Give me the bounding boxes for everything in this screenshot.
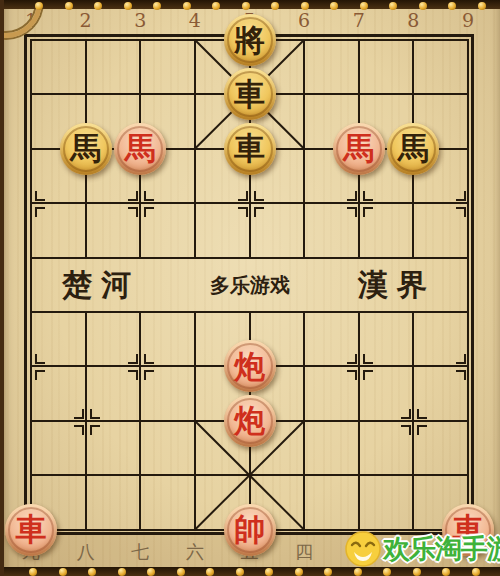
piece-red-cannon[interactable]: 炮 bbox=[224, 340, 276, 392]
frame-stud bbox=[265, 568, 273, 576]
point-marker bbox=[238, 207, 248, 217]
top-col-label-3: 3 bbox=[127, 9, 153, 31]
frame-stud bbox=[206, 568, 214, 576]
point-marker bbox=[35, 191, 45, 201]
bottom-col-label-6: 四 bbox=[291, 540, 317, 564]
point-marker bbox=[35, 207, 45, 217]
frame-stud bbox=[354, 568, 362, 576]
frame-stud bbox=[242, 2, 250, 10]
point-marker bbox=[456, 354, 466, 364]
grid-vline bbox=[467, 39, 469, 531]
grid-vline bbox=[85, 311, 87, 531]
piece-black-horse[interactable]: 馬 bbox=[387, 123, 439, 175]
point-marker bbox=[90, 425, 100, 435]
top-col-label-2: 2 bbox=[73, 9, 99, 31]
frame-stud bbox=[212, 2, 220, 10]
frame-stud bbox=[271, 2, 279, 10]
frame-stud bbox=[389, 2, 397, 10]
frame-stud bbox=[59, 568, 67, 576]
point-marker bbox=[347, 191, 357, 201]
point-marker bbox=[254, 207, 264, 217]
point-marker bbox=[35, 354, 45, 364]
top-col-label-6: 6 bbox=[291, 9, 317, 31]
xiangqi-game-screen: 123456789九八七六五四三二一 楚河 多乐游戏 漢界 欢乐淘手游 將車馬馬… bbox=[0, 0, 500, 576]
grid-vline bbox=[139, 311, 141, 531]
frame-stud bbox=[94, 2, 102, 10]
point-marker bbox=[347, 370, 357, 380]
frame-stud bbox=[330, 2, 338, 10]
point-marker bbox=[238, 191, 248, 201]
point-marker bbox=[363, 207, 373, 217]
left-frame-edge bbox=[0, 0, 4, 576]
piece-black-general[interactable]: 將 bbox=[224, 14, 276, 66]
frame-stud bbox=[419, 2, 427, 10]
frame-stud bbox=[442, 568, 450, 576]
frame-stud bbox=[448, 2, 456, 10]
grid-vline bbox=[30, 39, 32, 531]
frame-stud bbox=[147, 568, 155, 576]
point-marker bbox=[144, 191, 154, 201]
piece-red-general[interactable]: 帥 bbox=[224, 504, 276, 556]
frame-stud bbox=[383, 568, 391, 576]
point-marker bbox=[456, 370, 466, 380]
frame-stud bbox=[65, 2, 73, 10]
point-marker bbox=[144, 207, 154, 217]
point-marker bbox=[128, 191, 138, 201]
point-marker bbox=[363, 354, 373, 364]
river-text-brand: 多乐游戏 bbox=[200, 269, 300, 301]
frame-stud bbox=[478, 2, 486, 10]
point-marker bbox=[401, 425, 411, 435]
river-text-han-jie: 漢界 bbox=[342, 269, 452, 301]
point-marker bbox=[35, 370, 45, 380]
bottom-col-label-3: 七 bbox=[127, 540, 153, 564]
watermark-text: 欢乐淘手游 bbox=[383, 531, 500, 567]
point-marker bbox=[254, 191, 264, 201]
frame-stud bbox=[153, 2, 161, 10]
frame-stud bbox=[177, 568, 185, 576]
point-marker bbox=[363, 370, 373, 380]
top-col-label-4: 4 bbox=[182, 9, 208, 31]
point-marker bbox=[128, 207, 138, 217]
bottom-col-label-2: 八 bbox=[73, 540, 99, 564]
point-marker bbox=[128, 370, 138, 380]
piece-red-horse[interactable]: 馬 bbox=[333, 123, 385, 175]
point-marker bbox=[347, 207, 357, 217]
piece-black-horse[interactable]: 馬 bbox=[60, 123, 112, 175]
piece-red-chariot[interactable]: 車 bbox=[5, 504, 57, 556]
point-marker bbox=[456, 207, 466, 217]
top-col-label-9: 9 bbox=[455, 9, 481, 31]
frame-stud bbox=[236, 568, 244, 576]
watermark: 欢乐淘手游 bbox=[345, 531, 500, 567]
top-col-label-7: 7 bbox=[346, 9, 372, 31]
frame-stud bbox=[360, 2, 368, 10]
frame-stud bbox=[301, 2, 309, 10]
bottom-col-label-4: 六 bbox=[182, 540, 208, 564]
top-col-label-8: 8 bbox=[400, 9, 426, 31]
frame-stud bbox=[295, 568, 303, 576]
river-text-chu-he: 楚河 bbox=[46, 269, 156, 301]
frame-stud bbox=[124, 2, 132, 10]
piece-black-chariot[interactable]: 車 bbox=[224, 123, 276, 175]
frame-stud bbox=[324, 568, 332, 576]
point-marker bbox=[401, 409, 411, 419]
point-marker bbox=[74, 425, 84, 435]
piece-red-cannon[interactable]: 炮 bbox=[224, 395, 276, 447]
frame-stud bbox=[35, 2, 43, 10]
point-marker bbox=[417, 425, 427, 435]
point-marker bbox=[90, 409, 100, 419]
point-marker bbox=[144, 370, 154, 380]
bottom-frame-bar bbox=[0, 567, 500, 576]
frame-stud bbox=[413, 568, 421, 576]
point-marker bbox=[144, 354, 154, 364]
smiley-face-icon bbox=[345, 531, 381, 567]
piece-red-horse[interactable]: 馬 bbox=[114, 123, 166, 175]
frame-stud bbox=[472, 568, 480, 576]
point-marker bbox=[417, 409, 427, 419]
point-marker bbox=[74, 409, 84, 419]
frame-stud bbox=[183, 2, 191, 10]
point-marker bbox=[347, 354, 357, 364]
frame-stud bbox=[29, 568, 37, 576]
frame-stud bbox=[118, 568, 126, 576]
piece-black-chariot[interactable]: 車 bbox=[224, 68, 276, 120]
point-marker bbox=[128, 354, 138, 364]
point-marker bbox=[456, 191, 466, 201]
grid-vline bbox=[358, 311, 360, 531]
point-marker bbox=[363, 191, 373, 201]
frame-stud bbox=[88, 568, 96, 576]
grid-vline bbox=[412, 311, 414, 531]
